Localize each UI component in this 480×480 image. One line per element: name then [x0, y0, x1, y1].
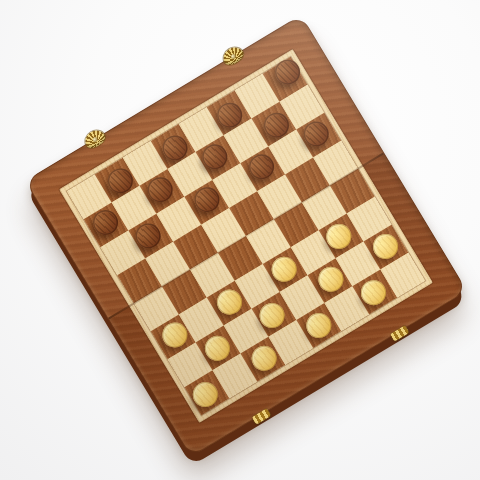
board-frame: ⛂⛂⛂⛂⛂⛂⛂⛂⛂⛂⛂⛂⛀⛀⛀⛀⛀⛀⛀⛀⛀⛀⛀⛀ [25, 15, 468, 458]
brass-clasp-hook-icon [82, 127, 108, 151]
folding-chess-board: ⛂⛂⛂⛂⛂⛂⛂⛂⛂⛂⛂⛂⛀⛀⛀⛀⛀⛀⛀⛀⛀⛀⛀⛀ [25, 15, 468, 458]
brass-clasp-catch-icon [252, 408, 271, 424]
product-photo-background: Overhead photo of an open folding wooden… [0, 0, 480, 480]
scene-description: Overhead photo of an open folding wooden… [0, 0, 1, 1]
brass-clasp-hook-icon [220, 44, 246, 68]
brass-clasp-catch-icon [390, 325, 409, 341]
checkers-board-grid: ⛂⛂⛂⛂⛂⛂⛂⛂⛂⛂⛂⛂⛀⛀⛀⛀⛀⛀⛀⛀⛀⛀⛀⛀ [67, 57, 425, 415]
